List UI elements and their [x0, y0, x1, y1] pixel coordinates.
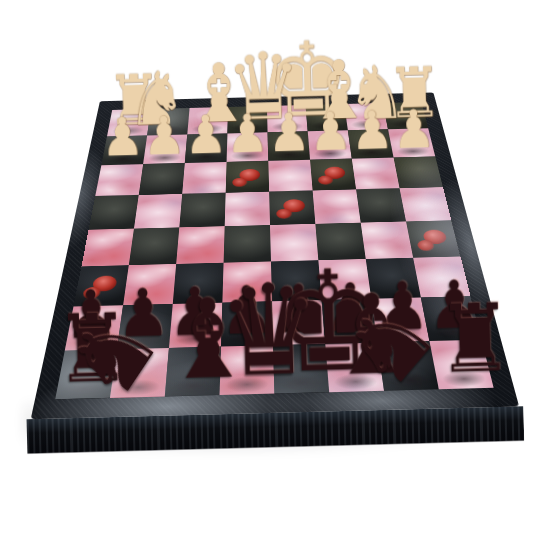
piece-white-pawn[interactable]: ♟ [100, 112, 143, 163]
square-b8[interactable]: ♞ [110, 348, 169, 398]
square-h2[interactable]: ♟ [388, 128, 435, 157]
piece-white-pawn[interactable]: ♟ [267, 107, 310, 158]
square-c3[interactable] [182, 162, 226, 194]
square-f2[interactable]: ♟ [308, 130, 352, 159]
piece-white-pawn[interactable]: ♟ [309, 106, 352, 157]
photo-canvas: ♜♞♝♛♚♝♞♜♟♟♟♟♟♟♟♟♟♟♟♟♟♟♟♟♜♞♝♛♚♝♞♜ [0, 0, 533, 533]
marble-inclusion [240, 169, 261, 181]
piece-white-pawn[interactable]: ♟ [350, 105, 393, 156]
piece-white-pawn[interactable]: ♟ [184, 109, 227, 160]
square-b5[interactable] [129, 227, 180, 265]
marble-inclusion [422, 230, 447, 245]
piece-white-pawn[interactable]: ♟ [142, 111, 185, 162]
piece-black-knight[interactable]: ♞ [54, 313, 156, 419]
square-e2[interactable]: ♟ [268, 131, 310, 160]
square-g4[interactable] [356, 188, 406, 222]
square-d3[interactable] [226, 161, 269, 193]
square-d4[interactable] [225, 192, 270, 227]
square-f3[interactable] [310, 159, 356, 191]
square-b3[interactable] [139, 163, 185, 195]
square-h4[interactable] [400, 187, 452, 221]
square-g8[interactable]: ♞ [377, 341, 439, 391]
piece-white-pawn[interactable]: ♟ [392, 104, 435, 155]
chess-board: ♜♞♝♛♚♝♞♜♟♟♟♟♟♟♟♟♟♟♟♟♟♟♟♟♜♞♝♛♚♝♞♜ [31, 92, 519, 419]
square-d2[interactable]: ♟ [227, 132, 269, 162]
square-h5[interactable] [406, 220, 460, 257]
square-a4[interactable] [89, 195, 139, 230]
square-a5[interactable] [81, 229, 134, 267]
square-c4[interactable] [179, 193, 225, 228]
square-a2[interactable]: ♟ [101, 136, 147, 166]
board-grid: ♜♞♝♛♚♝♞♜♟♟♟♟♟♟♟♟♟♟♟♟♟♟♟♟♜♞♝♛♚♝♞♜ [55, 102, 493, 399]
piece-white-pawn[interactable]: ♟ [225, 108, 268, 159]
square-b2[interactable]: ♟ [143, 134, 187, 164]
square-b4[interactable] [134, 194, 182, 229]
square-f4[interactable] [313, 189, 361, 224]
square-g2[interactable]: ♟ [348, 129, 394, 158]
square-e3[interactable] [268, 160, 312, 192]
piece-black-bishop[interactable]: ♝ [162, 287, 219, 393]
piece-black-queen[interactable]: ♛ [217, 271, 275, 392]
square-g3[interactable] [352, 158, 400, 190]
square-a3[interactable] [95, 164, 143, 196]
square-c2[interactable]: ♟ [185, 133, 228, 163]
square-h3[interactable] [394, 156, 443, 188]
marble-inclusion [283, 199, 305, 212]
square-d8[interactable]: ♛ [220, 345, 275, 395]
marble-inclusion [324, 167, 346, 179]
board-frame: ♜♞♝♛♚♝♞♜♟♟♟♟♟♟♟♟♟♟♟♟♟♟♟♟♜♞♝♛♚♝♞♜ [31, 92, 519, 419]
piece-black-knight[interactable]: ♞ [330, 299, 430, 409]
square-e4[interactable] [269, 190, 315, 225]
